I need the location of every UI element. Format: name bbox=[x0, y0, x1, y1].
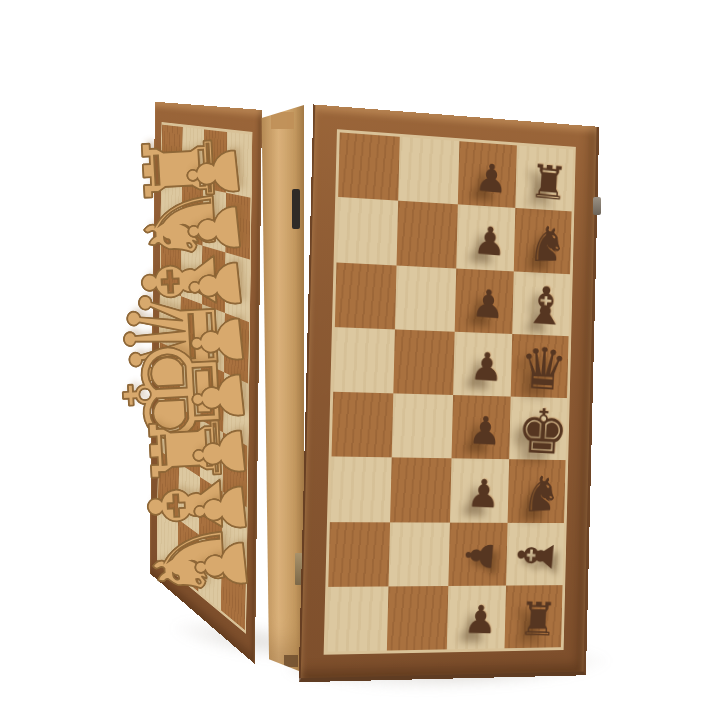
dark-king: ♚ bbox=[515, 399, 570, 463]
dark-pawn: ♟ bbox=[471, 283, 506, 324]
board-square: ♝ bbox=[512, 271, 570, 336]
board-square: ♞ bbox=[507, 459, 565, 522]
board-square bbox=[180, 296, 202, 362]
board-square bbox=[161, 179, 182, 239]
board-square: ♟ bbox=[449, 459, 508, 523]
board-square bbox=[335, 262, 397, 329]
board-square bbox=[226, 132, 251, 197]
dark-pawn: ♟ bbox=[473, 220, 508, 262]
board-square bbox=[387, 586, 448, 651]
dark-pawn: ♟ bbox=[463, 600, 498, 640]
board-square: ♟ bbox=[453, 331, 512, 396]
board-square bbox=[330, 457, 392, 522]
metal-clasp-right bbox=[593, 197, 601, 215]
board-square: ♟ bbox=[448, 522, 507, 586]
left-half-checkerboard bbox=[158, 125, 252, 631]
board-square bbox=[181, 183, 203, 245]
dark-rook: ♜ bbox=[528, 157, 569, 207]
board-square bbox=[394, 329, 455, 395]
right-half-checkerboard: ♟♜♟♞♟♝♟♛♟♚♟♞♟♝♟♜ bbox=[327, 132, 574, 651]
board-square: ♞ bbox=[514, 208, 572, 274]
board-square: ♟ bbox=[457, 141, 516, 208]
dark-pawn: ♟ bbox=[468, 410, 503, 451]
right-half-inlay-border: ♟♜♟♞♟♝♟♛♟♚♟♞♟♝♟♜ bbox=[324, 129, 576, 655]
right-board-half: ♟♜♟♞♟♝♟♛♟♚♟♞♟♝♟♜ bbox=[299, 104, 600, 682]
board-square bbox=[224, 312, 249, 383]
board-square bbox=[395, 265, 456, 331]
board-square bbox=[389, 522, 450, 586]
dark-rook: ♜ bbox=[517, 596, 558, 643]
dark-pawn: ♟ bbox=[460, 537, 500, 574]
board-square: ♟ bbox=[454, 268, 513, 334]
board-square bbox=[333, 327, 395, 394]
board-square: ♟ bbox=[446, 585, 506, 649]
dark-knight: ♞ bbox=[526, 220, 568, 269]
dark-queen: ♛ bbox=[518, 339, 569, 400]
board-square: ♟ bbox=[456, 205, 515, 271]
dark-bishop: ♝ bbox=[522, 279, 568, 334]
finger-joint-bottom bbox=[284, 655, 298, 667]
dark-pawn: ♟ bbox=[469, 347, 504, 388]
board-square bbox=[201, 304, 224, 373]
finger-joint bbox=[271, 112, 294, 129]
board-square bbox=[202, 188, 226, 253]
board-square bbox=[392, 393, 453, 458]
board-square: ♛ bbox=[510, 334, 568, 398]
dark-pawn: ♟ bbox=[474, 157, 509, 199]
board-square bbox=[182, 127, 204, 188]
board-square bbox=[161, 234, 182, 296]
board-square bbox=[225, 192, 250, 259]
board-square: ♝ bbox=[506, 522, 564, 585]
board-square bbox=[160, 288, 181, 352]
board-square bbox=[328, 522, 390, 587]
board-square bbox=[397, 201, 458, 268]
board-square: ♚ bbox=[509, 397, 567, 461]
board-square bbox=[332, 392, 394, 458]
board-square bbox=[327, 586, 389, 652]
board-square bbox=[181, 239, 203, 303]
left-board-half bbox=[150, 102, 262, 664]
dark-pawn: ♟ bbox=[466, 473, 501, 513]
board-square bbox=[203, 129, 227, 192]
metal-clasp bbox=[292, 189, 300, 229]
board-square bbox=[336, 197, 398, 265]
board-square bbox=[202, 246, 225, 313]
left-half-inlay-border bbox=[157, 122, 253, 634]
left-half-side-rail bbox=[258, 105, 304, 673]
board-square bbox=[338, 132, 400, 201]
dark-knight: ♞ bbox=[520, 469, 562, 519]
board-square: ♟ bbox=[451, 395, 510, 459]
dark-bishop: ♝ bbox=[511, 531, 563, 581]
board-square bbox=[398, 137, 459, 205]
chess-set-product-photo: ♟♜♟♞♟♝♟♛♟♚♟♞♟♝♟♜ ♜♟♞♟♝♟♛♟♚♟♜♟♝♟♞♟ bbox=[0, 0, 720, 720]
board-square bbox=[390, 458, 451, 523]
board-square: ♜ bbox=[504, 585, 562, 648]
board-square bbox=[162, 125, 183, 184]
board-square bbox=[225, 252, 250, 321]
board-square: ♜ bbox=[515, 145, 573, 211]
